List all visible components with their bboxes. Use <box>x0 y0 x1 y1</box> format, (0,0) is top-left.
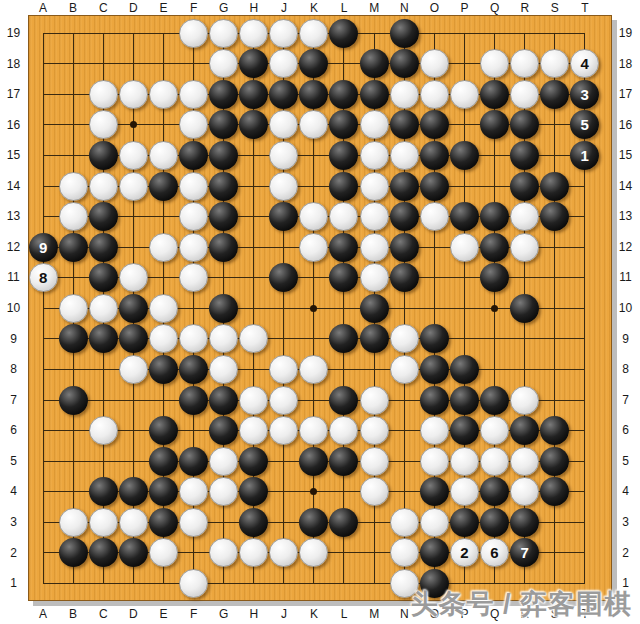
grid-line-h <box>43 155 58 156</box>
board-cell-P6 <box>449 415 479 446</box>
board-cell-A16 <box>28 110 58 141</box>
grid-line-v <box>253 232 254 263</box>
board-cell-T8 <box>570 354 600 385</box>
grid-line-v <box>43 49 44 80</box>
grid-line-v <box>223 507 224 538</box>
grid-line-v <box>584 507 585 538</box>
stone-black-G13 <box>209 202 238 231</box>
row-label-left-3: 3 <box>1 515 26 529</box>
grid-line-v <box>283 232 284 263</box>
stone-white-K19 <box>299 19 328 48</box>
grid-line-v <box>253 263 254 294</box>
grid-line-v <box>133 232 134 263</box>
board-cell-N6 <box>389 415 419 446</box>
stone-white-C16 <box>89 110 118 139</box>
row-label-left-15: 15 <box>1 148 26 162</box>
grid-line-v <box>193 538 194 569</box>
grid-line-v <box>494 171 495 202</box>
stone-white-M4 <box>360 477 389 506</box>
grid-line-v <box>554 263 555 294</box>
row-label-left-17: 17 <box>1 87 26 101</box>
grid-line-v <box>133 385 134 416</box>
board-cell-J5 <box>269 446 299 477</box>
stone-black-H4 <box>239 477 268 506</box>
row-label-left-18: 18 <box>1 57 26 71</box>
stone-black-F5 <box>179 447 208 476</box>
grid-line-v <box>584 446 585 477</box>
stone-black-M17 <box>360 80 389 109</box>
grid-line-v <box>464 293 465 324</box>
stone-black-L5 <box>329 447 358 476</box>
stone-black-B2 <box>59 538 88 567</box>
board-cell-A14 <box>28 171 58 202</box>
stone-black-Q7 <box>480 386 509 415</box>
grid-line-v <box>253 354 254 385</box>
board-cell-Q2: 6 <box>479 538 509 569</box>
board-cell-R12 <box>510 232 540 263</box>
stone-black-P15 <box>450 141 479 170</box>
board-cell-T6 <box>570 415 600 446</box>
stone-black-Q17 <box>480 80 509 109</box>
board-cell-M10 <box>359 293 389 324</box>
board-cell-G11 <box>209 263 239 294</box>
grid-line-h <box>43 552 58 553</box>
board-cell-C2 <box>88 538 118 569</box>
board-cell-P7 <box>449 385 479 416</box>
board-cell-H11 <box>239 263 269 294</box>
col-label-bottom-L: L <box>334 607 354 621</box>
grid-line-v <box>494 140 495 171</box>
stone-white-M16 <box>360 110 389 139</box>
stone-white-T18: 4 <box>570 49 599 78</box>
grid-line-h <box>43 94 58 95</box>
stone-white-F9 <box>179 324 208 353</box>
grid-line-v <box>43 171 44 202</box>
board-cell-P19 <box>449 18 479 49</box>
stone-black-D2 <box>119 538 148 567</box>
board-cell-J13 <box>269 201 299 232</box>
stone-black-C13 <box>89 202 118 231</box>
grid-line-v <box>584 232 585 263</box>
grid-line-v <box>584 476 585 507</box>
stone-white-B10 <box>59 294 88 323</box>
stone-white-P5 <box>450 447 479 476</box>
stone-black-K5 <box>299 447 328 476</box>
board-cell-L9 <box>329 324 359 355</box>
grid-line-v <box>464 568 465 583</box>
board-cell-R6 <box>510 415 540 446</box>
grid-line-h <box>43 369 58 370</box>
board-cell-R10 <box>510 293 540 324</box>
stone-black-R3 <box>510 508 539 537</box>
grid-line-v <box>253 201 254 232</box>
board-cell-J4 <box>269 476 299 507</box>
row-label-left-16: 16 <box>1 118 26 132</box>
stone-white-M5 <box>360 447 389 476</box>
board-cell-E12 <box>148 232 178 263</box>
stone-black-T15: 1 <box>570 141 599 170</box>
board-cell-H6 <box>239 415 269 446</box>
col-label-top-A: A <box>33 1 53 15</box>
col-label-bottom-D: D <box>123 607 143 621</box>
board-cell-H3 <box>239 507 269 538</box>
stone-white-G4 <box>209 477 238 506</box>
board-cell-B15 <box>58 140 88 171</box>
col-label-top-L: L <box>334 1 354 15</box>
stone-white-D11 <box>119 263 148 292</box>
stone-black-L15 <box>329 141 358 170</box>
grid-line-v <box>374 354 375 385</box>
board-cell-A13 <box>28 201 58 232</box>
row-label-right-9: 9 <box>613 332 638 346</box>
stone-black-P3 <box>450 508 479 537</box>
stone-white-E9 <box>149 324 178 353</box>
grid-line-v <box>464 49 465 80</box>
board-cell-L6 <box>329 415 359 446</box>
board-cell-O6 <box>419 415 449 446</box>
row-label-left-14: 14 <box>1 179 26 193</box>
grid-line-v <box>43 538 44 569</box>
board-cell-P4 <box>449 476 479 507</box>
board-cell-C14 <box>88 171 118 202</box>
stone-black-G6 <box>209 416 238 445</box>
col-label-bottom-H: H <box>244 607 264 621</box>
board-cell-C15 <box>88 140 118 171</box>
board-cell-K19 <box>299 18 329 49</box>
grid-line-v <box>283 568 284 583</box>
board-cell-H5 <box>239 446 269 477</box>
board-cell-Q10 <box>479 293 509 324</box>
stone-white-B14 <box>59 172 88 201</box>
board-cell-P8 <box>449 354 479 385</box>
board-cell-D15 <box>118 140 148 171</box>
board-cell-L7 <box>329 385 359 416</box>
row-label-right-4: 4 <box>613 484 638 498</box>
row-label-left-5: 5 <box>1 454 26 468</box>
stone-white-L6 <box>329 416 358 445</box>
stone-white-R4 <box>510 477 539 506</box>
board-cell-T18: 4 <box>570 49 600 80</box>
board-cell-G12 <box>209 232 239 263</box>
board-cell-Q14 <box>479 171 509 202</box>
board-cell-Q18 <box>479 49 509 80</box>
stone-black-G10 <box>209 294 238 323</box>
board-cell-M15 <box>359 140 389 171</box>
board-cell-E15 <box>148 140 178 171</box>
grid-line-v <box>584 201 585 232</box>
grid-line-v <box>133 49 134 80</box>
board-cell-M1 <box>359 568 389 599</box>
board-cell-T17: 3 <box>570 79 600 110</box>
stone-white-G8 <box>209 355 238 384</box>
board-cell-R8 <box>510 354 540 385</box>
stone-black-J17 <box>269 80 298 109</box>
stone-white-A11: 8 <box>29 263 58 292</box>
col-label-bottom-B: B <box>63 607 83 621</box>
grid-line-v <box>554 568 555 583</box>
stone-white-Q5 <box>480 447 509 476</box>
board-cell-Q17 <box>479 79 509 110</box>
grid-line-v <box>163 263 164 294</box>
row-label-right-12: 12 <box>613 240 638 254</box>
grid-line-v <box>524 263 525 294</box>
stone-white-R12 <box>510 233 539 262</box>
grid-line-v <box>313 263 314 294</box>
stone-black-E3 <box>149 508 178 537</box>
board-cell-D7 <box>118 385 148 416</box>
board-cell-L8 <box>329 354 359 385</box>
board-cell-E2 <box>148 538 178 569</box>
stone-white-F17 <box>179 80 208 109</box>
grid-line-v <box>343 49 344 80</box>
row-label-left-13: 13 <box>1 209 26 223</box>
col-label-bottom-M: M <box>364 607 384 621</box>
board-cell-F15 <box>178 140 208 171</box>
board-cell-A12: 9 <box>28 232 58 263</box>
board-cell-S12 <box>540 232 570 263</box>
grid-line-v <box>524 324 525 355</box>
board-cell-A10 <box>28 293 58 324</box>
stone-black-L7 <box>329 386 358 415</box>
board-cell-A6 <box>28 415 58 446</box>
hoshi-point <box>491 305 498 312</box>
board-cell-S3 <box>540 507 570 538</box>
go-board-grid: 435198267 <box>28 18 600 599</box>
stone-white-J19 <box>269 19 298 48</box>
grid-line-h <box>570 308 585 309</box>
board-cell-K13 <box>299 201 329 232</box>
grid-line-v <box>103 385 104 416</box>
board-cell-E6 <box>148 415 178 446</box>
board-cell-P14 <box>449 171 479 202</box>
grid-line-h <box>43 522 58 523</box>
grid-line-h <box>570 400 585 401</box>
board-cell-P2: 2 <box>449 538 479 569</box>
board-cell-N11 <box>389 263 419 294</box>
board-cell-O19 <box>419 18 449 49</box>
stone-white-P4 <box>450 477 479 506</box>
board-cell-G17 <box>209 79 239 110</box>
board-cell-F11 <box>178 263 208 294</box>
board-cell-F1 <box>178 568 208 599</box>
row-label-left-8: 8 <box>1 362 26 376</box>
grid-line-v <box>283 324 284 355</box>
stone-black-M10 <box>360 294 389 323</box>
stone-black-T16: 5 <box>570 110 599 139</box>
grid-line-v <box>163 110 164 141</box>
stone-white-F11 <box>179 263 208 292</box>
grid-line-h <box>570 583 585 584</box>
board-cell-N4 <box>389 476 419 507</box>
stone-black-S13 <box>540 202 569 231</box>
board-cell-L1 <box>329 568 359 599</box>
board-cell-E18 <box>148 49 178 80</box>
board-cell-O9 <box>419 324 449 355</box>
board-cell-L16 <box>329 110 359 141</box>
board-cell-A2 <box>28 538 58 569</box>
stone-white-O6 <box>420 416 449 445</box>
stone-black-K17 <box>299 80 328 109</box>
stone-white-G19 <box>209 19 238 48</box>
board-cell-P9 <box>449 324 479 355</box>
stone-white-J2 <box>269 538 298 567</box>
board-cell-P11 <box>449 263 479 294</box>
board-cell-N8 <box>389 354 419 385</box>
board-cell-N14 <box>389 171 419 202</box>
board-cell-F10 <box>178 293 208 324</box>
board-cell-C16 <box>88 110 118 141</box>
stone-black-S5 <box>540 447 569 476</box>
stone-black-B9 <box>59 324 88 353</box>
board-cell-O11 <box>419 263 449 294</box>
board-cell-C18 <box>88 49 118 80</box>
board-cell-O17 <box>419 79 449 110</box>
stone-black-K18 <box>299 49 328 78</box>
stone-black-P6 <box>450 416 479 445</box>
col-label-top-Q: Q <box>485 1 505 15</box>
board-cell-M5 <box>359 446 389 477</box>
board-cell-S6 <box>540 415 570 446</box>
board-cell-Q13 <box>479 201 509 232</box>
board-cell-A17 <box>28 79 58 110</box>
board-cell-A3 <box>28 507 58 538</box>
stone-black-N12 <box>390 233 419 262</box>
grid-line-v <box>73 110 74 141</box>
grid-line-h <box>570 33 585 34</box>
grid-line-v <box>43 446 44 477</box>
grid-line-v <box>584 33 585 48</box>
board-cell-F3 <box>178 507 208 538</box>
grid-line-v <box>434 293 435 324</box>
grid-line-v <box>43 140 44 171</box>
board-cell-T19 <box>570 18 600 49</box>
board-cell-G9 <box>209 324 239 355</box>
board-cell-P17 <box>449 79 479 110</box>
board-cell-T2 <box>570 538 600 569</box>
col-label-bottom-F: F <box>184 607 204 621</box>
board-cell-H7 <box>239 385 269 416</box>
grid-line-v <box>464 33 465 48</box>
grid-line-v <box>43 568 44 583</box>
grid-line-h <box>43 461 58 462</box>
board-cell-C12 <box>88 232 118 263</box>
board-cell-C3 <box>88 507 118 538</box>
stone-white-H9 <box>239 324 268 353</box>
board-cell-P5 <box>449 446 479 477</box>
col-label-top-C: C <box>93 1 113 15</box>
board-cell-B12 <box>58 232 88 263</box>
stone-black-O16 <box>420 110 449 139</box>
col-label-top-G: G <box>214 1 234 15</box>
board-cell-R19 <box>510 18 540 49</box>
board-cell-K3 <box>299 507 329 538</box>
col-label-bottom-K: K <box>304 607 324 621</box>
grid-line-h <box>43 216 58 217</box>
board-cell-L10 <box>329 293 359 324</box>
col-label-top-D: D <box>123 1 143 15</box>
stone-black-E4 <box>149 477 178 506</box>
board-cell-B8 <box>58 354 88 385</box>
stone-white-D15 <box>119 141 148 170</box>
board-cell-N19 <box>389 18 419 49</box>
stone-black-D10 <box>119 294 148 323</box>
board-cell-E16 <box>148 110 178 141</box>
stone-black-P13 <box>450 202 479 231</box>
stone-black-R10 <box>510 294 539 323</box>
board-cell-E4 <box>148 476 178 507</box>
board-cell-F17 <box>178 79 208 110</box>
board-cell-L11 <box>329 263 359 294</box>
board-cell-Q3 <box>479 507 509 538</box>
board-cell-H13 <box>239 201 269 232</box>
col-label-bottom-A: A <box>33 607 53 621</box>
board-cell-O18 <box>419 49 449 80</box>
grid-line-v <box>73 79 74 110</box>
stone-black-C12 <box>89 233 118 262</box>
board-cell-D19 <box>118 18 148 49</box>
board-cell-F2 <box>178 538 208 569</box>
grid-line-v <box>554 385 555 416</box>
grid-line-v <box>43 33 44 48</box>
board-cell-H19 <box>239 18 269 49</box>
board-cell-H17 <box>239 79 269 110</box>
stone-white-E2 <box>149 538 178 567</box>
grid-line-v <box>494 33 495 48</box>
stone-black-R6 <box>510 416 539 445</box>
board-cell-R16 <box>510 110 540 141</box>
stone-white-O5 <box>420 447 449 476</box>
board-cell-B4 <box>58 476 88 507</box>
board-cell-N5 <box>389 446 419 477</box>
stone-white-F3 <box>179 508 208 537</box>
board-cell-G4 <box>209 476 239 507</box>
stone-black-P7 <box>450 386 479 415</box>
board-cell-B3 <box>58 507 88 538</box>
row-label-right-7: 7 <box>613 393 638 407</box>
stone-black-Q12 <box>480 233 509 262</box>
grid-line-v <box>343 354 344 385</box>
stone-white-J16 <box>269 110 298 139</box>
board-cell-T15: 1 <box>570 140 600 171</box>
stone-black-E14 <box>149 172 178 201</box>
row-label-right-6: 6 <box>613 423 638 437</box>
grid-line-v <box>494 324 495 355</box>
grid-line-v <box>103 568 104 583</box>
board-cell-B10 <box>58 293 88 324</box>
board-cell-M17 <box>359 79 389 110</box>
grid-line-v <box>283 507 284 538</box>
grid-line-h <box>43 33 58 34</box>
grid-line-v <box>193 49 194 80</box>
stone-white-F1 <box>179 569 208 598</box>
grid-line-v <box>404 293 405 324</box>
stone-white-C3 <box>89 508 118 537</box>
grid-line-v <box>133 415 134 446</box>
board-cell-D6 <box>118 415 148 446</box>
board-cell-P3 <box>449 507 479 538</box>
board-cell-J7 <box>269 385 299 416</box>
stone-black-L16 <box>329 110 358 139</box>
stone-black-C11 <box>89 263 118 292</box>
grid-line-v <box>103 33 104 48</box>
grid-line-v <box>163 33 164 48</box>
board-cell-K16 <box>299 110 329 141</box>
board-cell-S9 <box>540 324 570 355</box>
board-cell-J17 <box>269 79 299 110</box>
stone-black-G7 <box>209 386 238 415</box>
hoshi-point <box>310 488 317 495</box>
stone-black-Q13 <box>480 202 509 231</box>
